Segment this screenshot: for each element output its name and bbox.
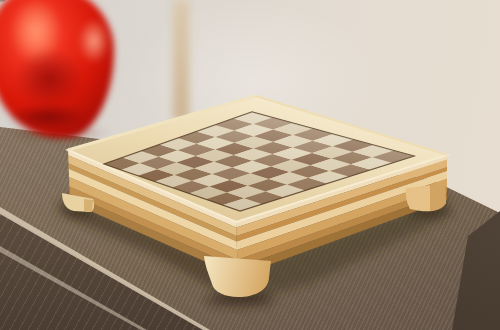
box-foot-left-shade [84,199,93,212]
black-pieces [0,0,6,2]
box-foot-near [204,256,271,297]
photo-scene: Standard chess starting position: white … [0,0,500,330]
chess-set [0,0,500,330]
